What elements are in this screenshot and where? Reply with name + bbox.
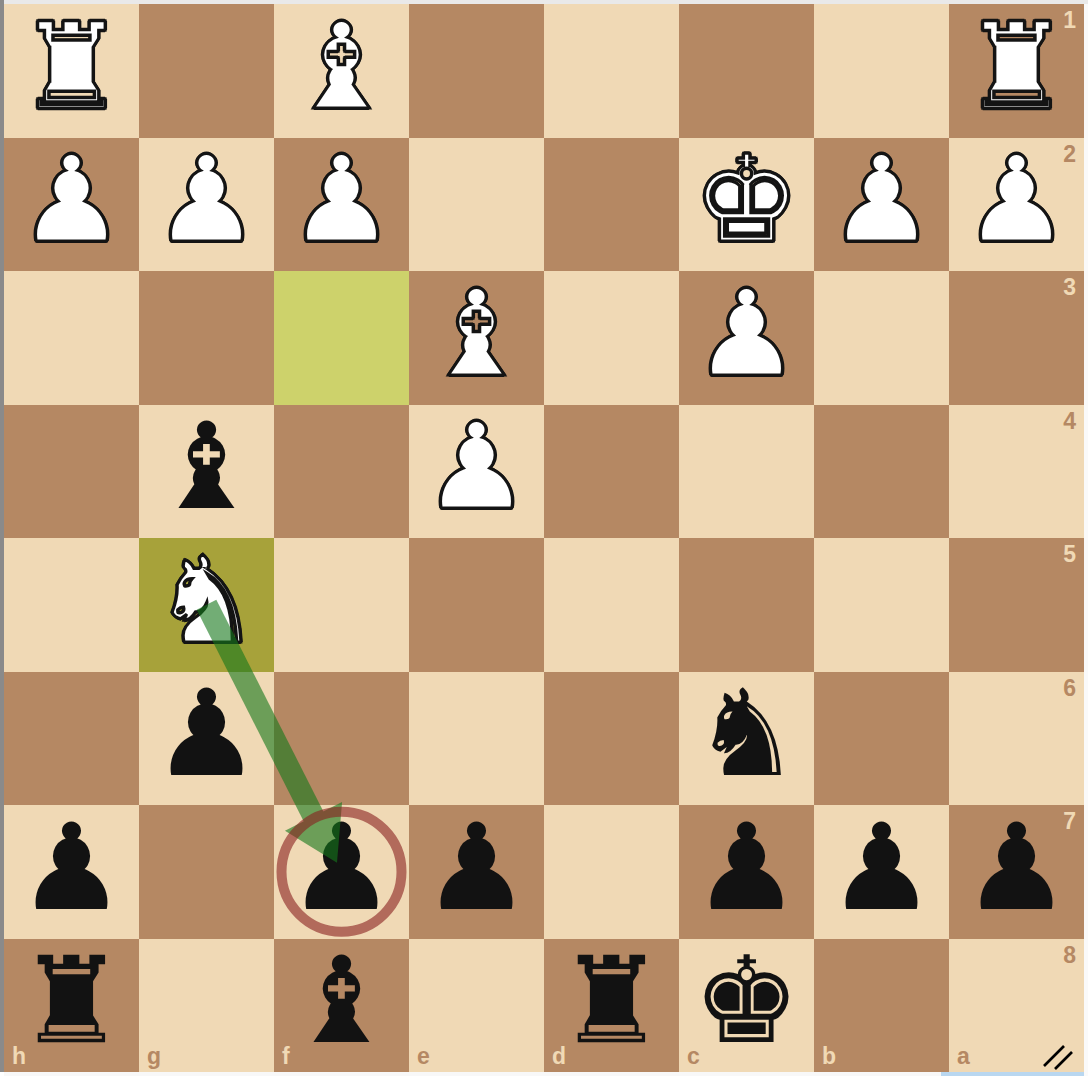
square-b1[interactable] xyxy=(814,4,949,138)
white-bishop[interactable]: ♝ xyxy=(423,274,531,394)
square-d7[interactable] xyxy=(544,805,679,939)
white-bishop[interactable]: ♝ xyxy=(288,7,396,127)
square-g2[interactable]: ♟ xyxy=(139,138,274,272)
square-a4[interactable]: 4 xyxy=(949,405,1084,539)
square-d8[interactable]: ♜d xyxy=(544,939,679,1073)
white-pawn[interactable]: ♟ xyxy=(423,407,531,527)
square-h1[interactable]: ♜ xyxy=(4,4,139,138)
square-c4[interactable] xyxy=(679,405,814,539)
square-d1[interactable] xyxy=(544,4,679,138)
square-b5[interactable] xyxy=(814,538,949,672)
square-c8[interactable]: ♚c xyxy=(679,939,814,1073)
square-h8[interactable]: ♜h xyxy=(4,939,139,1073)
white-pawn[interactable]: ♟ xyxy=(963,140,1071,260)
black-rook[interactable]: ♜ xyxy=(18,941,126,1061)
rank-label-5: 5 xyxy=(1063,543,1076,566)
square-h6[interactable] xyxy=(4,672,139,806)
black-pawn[interactable]: ♟ xyxy=(963,808,1071,928)
square-g8[interactable]: g xyxy=(139,939,274,1073)
square-a6[interactable]: 6 xyxy=(949,672,1084,806)
white-king[interactable]: ♚ xyxy=(693,140,801,260)
square-c6[interactable]: ♞ xyxy=(679,672,814,806)
square-c2[interactable]: ♚ xyxy=(679,138,814,272)
square-g7[interactable] xyxy=(139,805,274,939)
square-b8[interactable]: b xyxy=(814,939,949,1073)
black-bishop[interactable]: ♝ xyxy=(288,941,396,1061)
square-e8[interactable]: e xyxy=(409,939,544,1073)
square-a3[interactable]: 3 xyxy=(949,271,1084,405)
square-g4[interactable]: ♝ xyxy=(139,405,274,539)
square-f6[interactable] xyxy=(274,672,409,806)
square-e2[interactable] xyxy=(409,138,544,272)
square-c3[interactable]: ♟ xyxy=(679,271,814,405)
square-c7[interactable]: ♟ xyxy=(679,805,814,939)
black-knight[interactable]: ♞ xyxy=(693,674,801,794)
diagonal-resize-icon xyxy=(1044,1046,1072,1069)
square-e3[interactable]: ♝ xyxy=(409,271,544,405)
file-label-a: a xyxy=(957,1045,970,1068)
square-e4[interactable]: ♟ xyxy=(409,405,544,539)
square-c1[interactable] xyxy=(679,4,814,138)
black-pawn[interactable]: ♟ xyxy=(18,808,126,928)
black-bishop[interactable]: ♝ xyxy=(153,407,261,527)
square-a7[interactable]: ♟7 xyxy=(949,805,1084,939)
square-g3[interactable] xyxy=(139,271,274,405)
square-h2[interactable]: ♟ xyxy=(4,138,139,272)
square-e6[interactable] xyxy=(409,672,544,806)
rank-label-4: 4 xyxy=(1063,410,1076,433)
square-g6[interactable]: ♟ xyxy=(139,672,274,806)
square-h5[interactable] xyxy=(4,538,139,672)
square-f3[interactable] xyxy=(274,271,409,405)
square-f2[interactable]: ♟ xyxy=(274,138,409,272)
square-g1[interactable] xyxy=(139,4,274,138)
black-king[interactable]: ♚ xyxy=(693,941,801,1061)
square-a2[interactable]: ♟2 xyxy=(949,138,1084,272)
white-pawn[interactable]: ♟ xyxy=(693,274,801,394)
square-e7[interactable]: ♟ xyxy=(409,805,544,939)
square-c5[interactable] xyxy=(679,538,814,672)
black-pawn[interactable]: ♟ xyxy=(153,674,261,794)
black-rook[interactable]: ♜ xyxy=(558,941,666,1061)
square-h3[interactable] xyxy=(4,271,139,405)
square-d2[interactable] xyxy=(544,138,679,272)
square-b2[interactable]: ♟ xyxy=(814,138,949,272)
file-label-b: b xyxy=(822,1045,836,1068)
square-b7[interactable]: ♟ xyxy=(814,805,949,939)
square-d4[interactable] xyxy=(544,405,679,539)
square-a5[interactable]: 5 xyxy=(949,538,1084,672)
white-rook[interactable]: ♜ xyxy=(963,7,1071,127)
square-e1[interactable] xyxy=(409,4,544,138)
square-d5[interactable] xyxy=(544,538,679,672)
chess-board[interactable]: ♜♝♜1♟♟♟♚♟♟2♝♟3♝♟4♞5♟♞6♟♟♟♟♟♟7♜hg♝fe♜d♚cb… xyxy=(4,4,1084,1072)
square-d6[interactable] xyxy=(544,672,679,806)
file-label-e: e xyxy=(417,1045,430,1068)
square-f4[interactable] xyxy=(274,405,409,539)
rank-label-3: 3 xyxy=(1063,276,1076,299)
board-resize-handle[interactable] xyxy=(1041,1043,1075,1071)
square-h7[interactable]: ♟ xyxy=(4,805,139,939)
square-f7[interactable]: ♟ xyxy=(274,805,409,939)
white-knight[interactable]: ♞ xyxy=(153,541,261,661)
white-pawn[interactable]: ♟ xyxy=(153,140,261,260)
file-label-g: g xyxy=(147,1045,161,1068)
square-b6[interactable] xyxy=(814,672,949,806)
square-f1[interactable]: ♝ xyxy=(274,4,409,138)
black-pawn[interactable]: ♟ xyxy=(693,808,801,928)
page-right-strip xyxy=(1084,4,1088,1076)
square-b4[interactable] xyxy=(814,405,949,539)
white-rook[interactable]: ♜ xyxy=(18,7,126,127)
white-pawn[interactable]: ♟ xyxy=(18,140,126,260)
black-pawn[interactable]: ♟ xyxy=(423,808,531,928)
square-h4[interactable] xyxy=(4,405,139,539)
square-e5[interactable] xyxy=(409,538,544,672)
black-pawn[interactable]: ♟ xyxy=(288,808,396,928)
rank-label-8: 8 xyxy=(1063,944,1076,967)
black-pawn[interactable]: ♟ xyxy=(828,808,936,928)
square-f8[interactable]: ♝f xyxy=(274,939,409,1073)
white-pawn[interactable]: ♟ xyxy=(288,140,396,260)
square-a1[interactable]: ♜1 xyxy=(949,4,1084,138)
white-pawn[interactable]: ♟ xyxy=(828,140,936,260)
square-f5[interactable] xyxy=(274,538,409,672)
page-bottom-strip xyxy=(4,1072,1084,1076)
square-b3[interactable] xyxy=(814,271,949,405)
rank-label-6: 6 xyxy=(1063,677,1076,700)
square-d3[interactable] xyxy=(544,271,679,405)
square-g5[interactable]: ♞ xyxy=(139,538,274,672)
